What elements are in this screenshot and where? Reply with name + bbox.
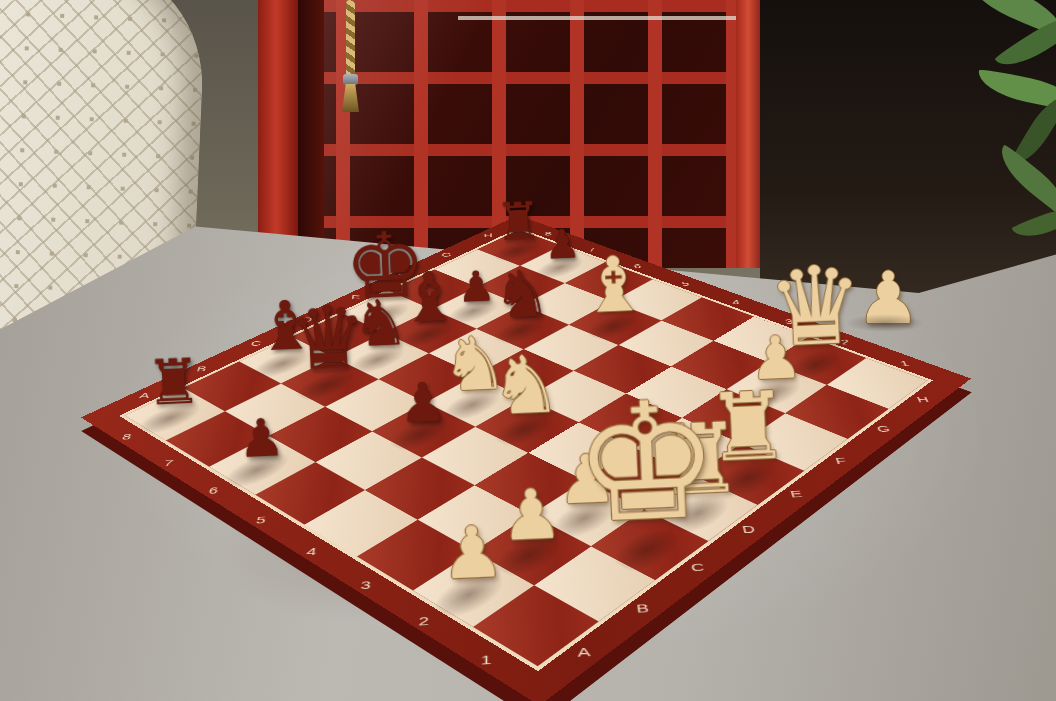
red-knight-glyph: ♞ [481, 261, 561, 329]
file-label-near-e: E [788, 488, 803, 499]
rank-label-near-4: 4 [305, 545, 317, 557]
white-bishop-glyph: ♝ [567, 245, 661, 324]
rank-label-near-7: 7 [163, 457, 175, 467]
rank-label-far-1: 1 [898, 359, 910, 368]
rank-label-near-5: 5 [255, 514, 267, 526]
red-pawn-glyph: ♟ [389, 374, 456, 430]
rank-label-near-6: 6 [207, 485, 219, 496]
tassel-rope [346, 0, 355, 76]
tassel-skirt [342, 84, 359, 112]
file-label-near-a: A [576, 645, 590, 660]
cabinet-white-trim [458, 16, 758, 20]
file-label-near-h: H [915, 395, 930, 404]
rank-label-near-1: 1 [480, 652, 491, 667]
file-label-near-g: G [875, 424, 891, 434]
white-pawn-glyph: ♟ [428, 515, 517, 590]
tassel [338, 0, 368, 130]
rank-label-near-8: 8 [121, 431, 133, 441]
white-king-glyph: ♚ [545, 377, 747, 548]
rank-label-near-2: 2 [418, 614, 429, 628]
plant-leaf [1011, 203, 1056, 244]
rank-label-far-4: 4 [731, 298, 741, 305]
file-label-near-c: C [689, 561, 704, 574]
file-label-near-b: B [635, 601, 649, 615]
rank-label-far-5: 5 [681, 280, 690, 287]
red-pawn-glyph: ♟ [229, 411, 294, 466]
tassel-knot [343, 74, 358, 85]
captured-pawn-shadow [846, 314, 924, 332]
plant-leaf [975, 67, 1056, 112]
photo-scene: ♜♝♚♜♛♞♝♟♟♟♞♟♞♝♞♟♟♟♟♛♚♜♜ 88AA77BB66CC55DD… [0, 0, 1056, 701]
rank-label-near-3: 3 [360, 578, 371, 591]
red-queen-glyph: ♛ [274, 293, 381, 384]
red-rook-glyph: ♜ [135, 350, 212, 415]
cabinet-door-shadow [298, 0, 324, 268]
cabinet-left-stile [258, 0, 298, 268]
file-label-near-f: F [833, 456, 847, 467]
